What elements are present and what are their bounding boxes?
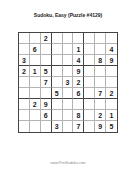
cell-r4c4[interactable] xyxy=(52,66,63,77)
cell-r8c7[interactable] xyxy=(84,110,95,121)
cell-r3c6[interactable]: 4 xyxy=(73,55,84,66)
cell-r9c4[interactable]: 3 xyxy=(52,121,63,132)
cell-r7c1[interactable] xyxy=(19,99,30,110)
cell-r3c2[interactable] xyxy=(30,55,41,66)
cell-r7c9[interactable] xyxy=(106,99,117,110)
cell-r7c5[interactable] xyxy=(63,99,74,110)
cell-r6c4[interactable]: 5 xyxy=(52,88,63,99)
cell-r3c4[interactable] xyxy=(52,55,63,66)
cell-r8c9[interactable]: 1 xyxy=(106,110,117,121)
cell-r7c6[interactable] xyxy=(73,99,84,110)
cell-r3c5[interactable] xyxy=(63,55,74,66)
cell-r5c8[interactable] xyxy=(95,77,106,88)
cell-r1c2[interactable] xyxy=(30,33,41,44)
cell-r3c3[interactable] xyxy=(41,55,52,66)
cell-r5c9[interactable] xyxy=(106,77,117,88)
cell-r6c5[interactable] xyxy=(63,88,74,99)
cell-r2c8[interactable] xyxy=(95,44,106,55)
cell-r1c6[interactable] xyxy=(73,33,84,44)
cell-r4c5[interactable] xyxy=(63,66,74,77)
cell-r4c2[interactable]: 1 xyxy=(30,66,41,77)
cell-r5c6[interactable]: 2 xyxy=(73,77,84,88)
cell-r6c6[interactable]: 6 xyxy=(73,88,84,99)
cell-r4c7[interactable] xyxy=(84,66,95,77)
cell-r5c7[interactable] xyxy=(84,77,95,88)
cell-r2c7[interactable] xyxy=(84,44,95,55)
cell-r4c1[interactable]: 2 xyxy=(19,66,30,77)
cell-r9c9[interactable]: 5 xyxy=(106,121,117,132)
cell-r4c8[interactable] xyxy=(95,66,106,77)
cell-r6c2[interactable] xyxy=(30,88,41,99)
cell-r6c8[interactable]: 7 xyxy=(95,88,106,99)
cell-r8c1[interactable] xyxy=(19,110,30,121)
cell-r4c9[interactable] xyxy=(106,66,117,77)
cell-r7c8[interactable] xyxy=(95,99,106,110)
cell-r3c8[interactable]: 8 xyxy=(95,55,106,66)
cell-r3c1[interactable]: 3 xyxy=(19,55,30,66)
cell-r7c2[interactable]: 2 xyxy=(30,99,41,110)
cell-r5c2[interactable] xyxy=(30,77,41,88)
page-title: Sudoku, Easy (Puzzle #4129) xyxy=(0,12,136,18)
cell-r5c3[interactable]: 7 xyxy=(41,77,52,88)
cell-r7c7[interactable] xyxy=(84,99,95,110)
cell-r9c7[interactable] xyxy=(84,121,95,132)
cell-r7c4[interactable] xyxy=(52,99,63,110)
cell-r8c4[interactable] xyxy=(52,110,63,121)
cell-r6c3[interactable] xyxy=(41,88,52,99)
cell-r8c3[interactable]: 6 xyxy=(41,110,52,121)
cell-r2c9[interactable]: 4 xyxy=(106,44,117,55)
cell-r4c3[interactable]: 5 xyxy=(41,66,52,77)
cell-r4c6[interactable]: 9 xyxy=(73,66,84,77)
cell-r1c7[interactable] xyxy=(84,33,95,44)
cell-r2c5[interactable] xyxy=(63,44,74,55)
cell-r2c2[interactable]: 6 xyxy=(30,44,41,55)
cell-r8c6[interactable]: 8 xyxy=(73,110,84,121)
cell-r1c4[interactable] xyxy=(52,33,63,44)
cell-r2c6[interactable]: 1 xyxy=(73,44,84,55)
cell-r5c5[interactable]: 3 xyxy=(63,77,74,88)
footer-url: www.PrintSudoku.com xyxy=(0,161,136,165)
cell-r9c2[interactable] xyxy=(30,121,41,132)
cell-r2c4[interactable] xyxy=(52,44,63,55)
cell-r9c8[interactable]: 9 xyxy=(95,121,106,132)
cell-r8c2[interactable] xyxy=(30,110,41,121)
cell-r8c5[interactable] xyxy=(63,110,74,121)
sudoku-grid: 26143489215973256722968213795 xyxy=(18,32,118,133)
cell-r6c1[interactable] xyxy=(19,88,30,99)
cell-r9c6[interactable]: 7 xyxy=(73,121,84,132)
cell-r8c8[interactable]: 2 xyxy=(95,110,106,121)
cell-r6c7[interactable] xyxy=(84,88,95,99)
cell-r3c7[interactable] xyxy=(84,55,95,66)
cell-r1c8[interactable] xyxy=(95,33,106,44)
cell-r5c4[interactable] xyxy=(52,77,63,88)
sudoku-page: Sudoku, Easy (Puzzle #4129) 261434892159… xyxy=(0,0,136,176)
cell-r3c9[interactable]: 9 xyxy=(106,55,117,66)
cell-r9c1[interactable] xyxy=(19,121,30,132)
cell-r9c3[interactable] xyxy=(41,121,52,132)
cell-r2c3[interactable] xyxy=(41,44,52,55)
cell-r9c5[interactable] xyxy=(63,121,74,132)
cell-r2c1[interactable] xyxy=(19,44,30,55)
cell-r1c1[interactable] xyxy=(19,33,30,44)
cell-r1c3[interactable]: 2 xyxy=(41,33,52,44)
cell-r5c1[interactable] xyxy=(19,77,30,88)
cell-r7c3[interactable]: 9 xyxy=(41,99,52,110)
cell-r6c9[interactable]: 2 xyxy=(106,88,117,99)
cell-r1c9[interactable] xyxy=(106,33,117,44)
cell-r1c5[interactable] xyxy=(63,33,74,44)
